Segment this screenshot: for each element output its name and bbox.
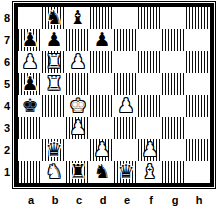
square-f4 [138,95,162,117]
square-e3 [114,117,138,139]
square-g1 [162,161,186,183]
square-e4: ♟ [114,95,138,117]
square-d1: ♞ [90,161,114,183]
square-d6 [90,51,114,73]
file-labels: abcdefgh [14,194,221,206]
black-pawn-a5: ♟ [21,74,38,93]
square-h6 [186,51,210,73]
white-pawn-a6: ♟ [21,52,38,71]
square-f6 [138,51,162,73]
black-knight-d1: ♞ [93,162,110,181]
square-b4 [42,95,66,117]
file-label-a: a [19,194,43,206]
square-b5: ♜ [42,73,66,95]
square-c5 [66,73,90,95]
square-f1: ♝ [138,161,162,183]
square-d5 [90,73,114,95]
file-label-d: d [91,194,115,206]
square-h4 [186,95,210,117]
white-rook-b5: ♜ [45,74,62,93]
square-h8 [186,7,210,29]
square-d3 [90,117,114,139]
square-a7: ♟ [18,29,42,51]
board: ♞♝♟♟♟♟♜♟♟♜♚♚♟♟♛♟♟♞♜♞♛♝ [18,7,210,183]
black-queen-e1: ♛ [117,162,134,181]
rank-label-4: 4 [0,95,14,117]
square-f2: ♟ [138,139,162,161]
square-c1: ♜ [66,161,90,183]
white-knight-b1: ♞ [45,162,62,181]
square-d4 [90,95,114,117]
square-c2 [66,139,90,161]
file-label-b: b [43,194,67,206]
square-a5: ♟ [18,73,42,95]
black-pawn-a7: ♟ [21,30,38,49]
square-d8 [90,7,114,29]
square-a3 [18,117,42,139]
square-g7 [162,29,186,51]
white-king-c4: ♚ [69,96,86,115]
square-b8: ♞ [42,7,66,29]
chess-diagram: 87654321 ♞♝♟♟♟♟♜♟♟♜♚♚♟♟♛♟♟♞♜♞♛♝ [0,1,214,187]
white-pawn-e4: ♟ [117,96,134,115]
white-rook-b6: ♜ [45,52,62,71]
square-g4 [162,95,186,117]
square-h3 [186,117,210,139]
white-pawn-f2: ♟ [141,140,158,159]
square-c8: ♝ [66,7,90,29]
square-b3 [42,117,66,139]
square-g2 [162,139,186,161]
square-f7 [138,29,162,51]
square-d7: ♟ [90,29,114,51]
rank-label-3: 3 [0,117,14,139]
square-c6: ♟ [66,51,90,73]
square-g8 [162,7,186,29]
rank-label-5: 5 [0,73,14,95]
square-h7 [186,29,210,51]
white-bishop-f1: ♝ [141,162,158,181]
file-label-g: g [163,194,187,206]
square-c3: ♟ [66,117,90,139]
white-pawn-c3: ♟ [69,118,86,137]
square-b7: ♟ [42,29,66,51]
square-a8 [18,7,42,29]
square-b1: ♞ [42,161,66,183]
square-h1 [186,161,210,183]
file-label-f: f [139,194,163,206]
file-label-e: e [115,194,139,206]
square-e7 [114,29,138,51]
rank-label-2: 2 [0,139,14,161]
square-g3 [162,117,186,139]
square-f5 [138,73,162,95]
white-pawn-d2: ♟ [93,140,110,159]
rank-label-6: 6 [0,51,14,73]
file-label-c: c [67,194,91,206]
white-pawn-c6: ♟ [69,52,86,71]
square-e1: ♛ [114,161,138,183]
square-f8 [138,7,162,29]
square-h2 [186,139,210,161]
square-a4: ♚ [18,95,42,117]
square-e2 [114,139,138,161]
square-a2 [18,139,42,161]
square-c7 [66,29,90,51]
square-g5 [162,73,186,95]
black-king-a4: ♚ [21,96,38,115]
file-label-h: h [187,194,211,206]
square-g6 [162,51,186,73]
square-b6: ♜ [42,51,66,73]
square-a6: ♟ [18,51,42,73]
rank-label-7: 7 [0,29,14,51]
rank-label-1: 1 [0,161,14,183]
rank-labels: 87654321 [0,1,14,187]
black-queen-b2: ♛ [45,140,62,159]
black-pawn-b7: ♟ [45,30,62,49]
black-pawn-d7: ♟ [93,30,110,49]
square-e5 [114,73,138,95]
square-c4: ♚ [66,95,90,117]
square-h5 [186,73,210,95]
square-a1 [18,161,42,183]
square-e6 [114,51,138,73]
black-rook-c1: ♜ [69,162,86,181]
square-f3 [138,117,162,139]
black-knight-b8: ♞ [45,8,62,27]
square-b2: ♛ [42,139,66,161]
rank-label-8: 8 [0,7,14,29]
square-d2: ♟ [90,139,114,161]
board-frame: ♞♝♟♟♟♟♜♟♟♜♚♚♟♟♛♟♟♞♜♞♛♝ [14,3,214,187]
black-bishop-c8: ♝ [69,8,86,27]
square-e8 [114,7,138,29]
